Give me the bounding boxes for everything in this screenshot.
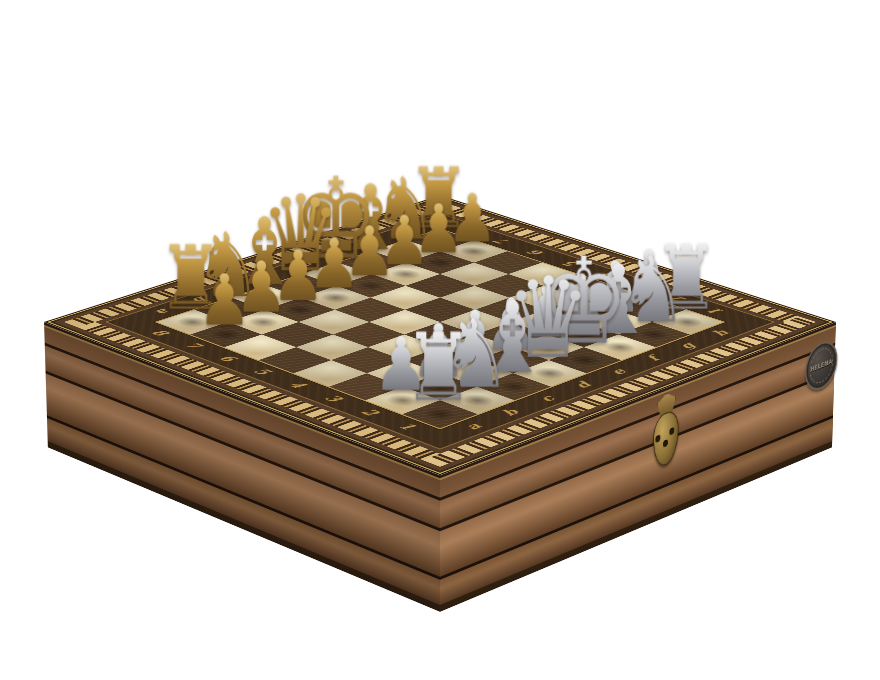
latch-clasp[interactable] [649,388,681,484]
piece-glyph: ♟ [164,265,284,336]
piece-glyph: ♜ [375,321,502,415]
scene: aabbccddeeffgghh1122334455667788 HELENA … [0,0,880,680]
chess-box: aabbccddeeffgghh1122334455667788 HELENA … [44,195,836,475]
chess-box-photo: aabbccddeeffgghh1122334455667788 HELENA … [0,0,880,680]
badge-ring [809,344,833,387]
brand-badge: HELENA [805,336,839,396]
